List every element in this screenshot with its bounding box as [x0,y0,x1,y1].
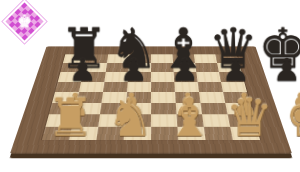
product-photo-chessboard: ♜♞♝♛♚♝♞♜♟♟♟♟♟♟♟♟♟♟♟♟♟♟♟♟♜♞♝♛♚♝♞♜ ♚ [0,0,300,172]
cell-d1: ♛ [216,119,279,140]
board-scene: ♜♞♝♛♚♝♞♜♟♟♟♟♟♟♟♟♟♟♟♟♟♟♟♟♜♞♝♛♚♝♞♜ [0,0,300,172]
piece-white-k-e1: ♚ [286,91,300,144]
piece-black-p-a7: ♟ [68,54,96,85]
piece-black-p-d7: ♟ [221,54,249,85]
board-pieces: ♜♞♝♛♚♝♞♜♟♟♟♟♟♟♟♟♟♟♟♟♟♟♟♟♜♞♝♛♚♝♞♜ [42,54,260,139]
piece-white-n-b1: ♞ [107,91,154,144]
piece-white-b-c1: ♝ [166,91,213,144]
cell-a1: ♜ [42,119,104,140]
piece-black-p-e7: ♟ [272,54,300,85]
cell-b1: ♞ [101,119,160,140]
piece-black-p-c7: ♟ [170,54,198,85]
piece-black-p-b7: ♟ [119,54,147,85]
piece-white-q-d1: ♛ [226,91,273,144]
king-icon: ♚ [11,8,38,35]
piece-white-r-a1: ♜ [47,91,94,144]
chess-board: ♜♞♝♛♚♝♞♜♟♟♟♟♟♟♟♟♟♟♟♟♟♟♟♟♜♞♝♛♚♝♞♜ [10,46,292,154]
cell-c1: ♝ [160,119,220,140]
